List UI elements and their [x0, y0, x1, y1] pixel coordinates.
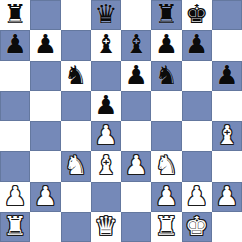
square-d6[interactable] — [91, 61, 121, 91]
piece-white-pawn: ♟ — [34, 183, 57, 209]
square-d1[interactable]: ♛ — [91, 212, 121, 242]
square-e7[interactable]: ♝ — [121, 30, 151, 60]
square-f5[interactable] — [151, 91, 181, 121]
square-g8[interactable]: ♚ — [182, 0, 212, 30]
square-g5[interactable] — [182, 91, 212, 121]
piece-black-bishop: ♝ — [124, 31, 147, 57]
square-d3[interactable]: ♝ — [91, 151, 121, 181]
square-e1[interactable] — [121, 212, 151, 242]
square-f6[interactable]: ♞ — [151, 61, 181, 91]
square-a3[interactable] — [0, 151, 30, 181]
square-b1[interactable] — [30, 212, 60, 242]
square-a2[interactable]: ♟ — [0, 182, 30, 212]
square-d7[interactable]: ♝ — [91, 30, 121, 60]
square-b2[interactable]: ♟ — [30, 182, 60, 212]
chess-board: ♜♛♜♚♟♟♝♝♟♟♞♟♞♟♟♟♝♞♝♟♞♟♟♟♟♟♜♛♜♚ — [0, 0, 242, 242]
piece-black-queen: ♛ — [94, 1, 117, 27]
square-f4[interactable] — [151, 121, 181, 151]
piece-white-pawn: ♟ — [124, 152, 147, 178]
square-a7[interactable]: ♟ — [0, 30, 30, 60]
square-c3[interactable]: ♞ — [61, 151, 91, 181]
piece-black-rook: ♜ — [3, 1, 26, 27]
square-b3[interactable] — [30, 151, 60, 181]
piece-white-queen: ♛ — [94, 213, 117, 239]
square-f8[interactable]: ♜ — [151, 0, 181, 30]
piece-white-knight: ♞ — [155, 152, 178, 178]
square-a1[interactable]: ♜ — [0, 212, 30, 242]
square-h5[interactable] — [212, 91, 242, 121]
square-d5[interactable]: ♟ — [91, 91, 121, 121]
square-e3[interactable]: ♟ — [121, 151, 151, 181]
square-d4[interactable]: ♟ — [91, 121, 121, 151]
square-f1[interactable]: ♜ — [151, 212, 181, 242]
square-g4[interactable] — [182, 121, 212, 151]
square-g1[interactable]: ♚ — [182, 212, 212, 242]
square-c8[interactable] — [61, 0, 91, 30]
square-a5[interactable] — [0, 91, 30, 121]
square-g2[interactable]: ♟ — [182, 182, 212, 212]
piece-black-pawn: ♟ — [34, 31, 57, 57]
square-h3[interactable] — [212, 151, 242, 181]
piece-white-pawn: ♟ — [215, 183, 238, 209]
piece-white-pawn: ♟ — [3, 183, 26, 209]
square-e8[interactable] — [121, 0, 151, 30]
square-h6[interactable]: ♟ — [212, 61, 242, 91]
piece-white-rook: ♜ — [3, 213, 26, 239]
square-e4[interactable] — [121, 121, 151, 151]
square-f7[interactable]: ♟ — [151, 30, 181, 60]
square-b7[interactable]: ♟ — [30, 30, 60, 60]
square-c1[interactable] — [61, 212, 91, 242]
square-e5[interactable] — [121, 91, 151, 121]
square-g7[interactable]: ♟ — [182, 30, 212, 60]
piece-white-bishop: ♝ — [94, 152, 117, 178]
piece-black-rook: ♜ — [155, 1, 178, 27]
piece-white-pawn: ♟ — [94, 122, 117, 148]
square-g3[interactable] — [182, 151, 212, 181]
square-g6[interactable] — [182, 61, 212, 91]
piece-white-pawn: ♟ — [155, 183, 178, 209]
piece-black-knight: ♞ — [64, 62, 87, 88]
square-c2[interactable] — [61, 182, 91, 212]
square-b5[interactable] — [30, 91, 60, 121]
square-a8[interactable]: ♜ — [0, 0, 30, 30]
square-c7[interactable] — [61, 30, 91, 60]
square-c6[interactable]: ♞ — [61, 61, 91, 91]
square-d8[interactable]: ♛ — [91, 0, 121, 30]
square-c5[interactable] — [61, 91, 91, 121]
square-h7[interactable] — [212, 30, 242, 60]
piece-black-knight: ♞ — [155, 62, 178, 88]
square-b8[interactable] — [30, 0, 60, 30]
piece-black-pawn: ♟ — [94, 92, 117, 118]
piece-black-king: ♚ — [185, 1, 208, 27]
piece-black-pawn: ♟ — [155, 31, 178, 57]
piece-black-pawn: ♟ — [185, 31, 208, 57]
piece-white-pawn: ♟ — [185, 183, 208, 209]
square-a6[interactable] — [0, 61, 30, 91]
square-b4[interactable] — [30, 121, 60, 151]
square-b6[interactable] — [30, 61, 60, 91]
square-h8[interactable] — [212, 0, 242, 30]
piece-black-pawn: ♟ — [215, 62, 238, 88]
piece-black-bishop: ♝ — [94, 31, 117, 57]
square-h2[interactable]: ♟ — [212, 182, 242, 212]
piece-white-rook: ♜ — [155, 213, 178, 239]
piece-white-knight: ♞ — [64, 152, 87, 178]
square-c4[interactable] — [61, 121, 91, 151]
piece-white-bishop: ♝ — [215, 122, 238, 148]
square-a4[interactable] — [0, 121, 30, 151]
square-e6[interactable]: ♟ — [121, 61, 151, 91]
square-h4[interactable]: ♝ — [212, 121, 242, 151]
piece-black-pawn: ♟ — [3, 31, 26, 57]
piece-white-king: ♚ — [185, 213, 208, 239]
square-d2[interactable] — [91, 182, 121, 212]
square-f2[interactable]: ♟ — [151, 182, 181, 212]
square-e2[interactable] — [121, 182, 151, 212]
piece-black-pawn: ♟ — [124, 62, 147, 88]
square-f3[interactable]: ♞ — [151, 151, 181, 181]
square-h1[interactable] — [212, 212, 242, 242]
